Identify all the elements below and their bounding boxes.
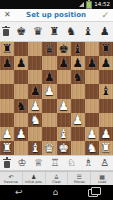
white-knight: ♞ [86, 141, 97, 155]
white-queen-tool[interactable]: ♕ [34, 158, 43, 168]
white-bishop-tool[interactable]: ♗ [84, 158, 93, 168]
tool-label: Moves [74, 180, 85, 184]
tool-label: Load [98, 180, 106, 184]
square-h4[interactable] [99, 99, 113, 113]
square-g2[interactable]: ♟ [85, 127, 99, 141]
square-h6[interactable] [99, 70, 113, 84]
moves-button[interactable]: ☰Moves [68, 172, 91, 185]
white-pawn: ♟ [101, 127, 112, 141]
square-h7[interactable]: ♟ [99, 56, 113, 70]
square-f1[interactable] [71, 141, 85, 155]
trash-icon[interactable] [3, 29, 9, 36]
back-button[interactable]: ↩ [15, 185, 23, 200]
square-d2[interactable] [42, 127, 56, 141]
white-queen: ♛ [44, 141, 55, 155]
square-e1[interactable]: ♚ [57, 141, 71, 155]
white-knight-tool[interactable]: ♘ [67, 158, 76, 168]
home-button[interactable]: ⌂ [52, 185, 58, 200]
black-pawn: ♟ [58, 56, 69, 70]
square-d6[interactable]: ♟ [42, 70, 56, 84]
square-a6[interactable] [0, 70, 14, 84]
status-bar: 14:52 [0, 0, 113, 9]
black-queen: ♛ [44, 42, 55, 56]
square-h8[interactable]: ♜ [99, 42, 113, 56]
signal-icon [79, 2, 84, 7]
square-c4[interactable]: ♟ [28, 99, 42, 113]
close-button[interactable]: ✕ [4, 9, 11, 21]
confirm-button[interactable]: ✓ [101, 9, 109, 21]
white-pawn: ♟ [86, 127, 97, 141]
white-pawn: ♟ [16, 127, 27, 141]
square-g3[interactable] [85, 113, 99, 127]
black-rook: ♜ [101, 42, 112, 56]
square-b4[interactable]: ♞ [14, 99, 28, 113]
square-c1[interactable]: ♝ [28, 141, 42, 155]
black-rook-tool[interactable]: ♜ [50, 26, 60, 37]
square-g1[interactable]: ♞ [85, 141, 99, 155]
square-g5[interactable] [85, 84, 99, 98]
white-king-tool[interactable]: ♔ [17, 158, 26, 168]
black-bishop: ♝ [72, 42, 83, 56]
white-rook-tool[interactable]: ♖ [51, 158, 60, 168]
tool-label: Clear [52, 180, 61, 184]
black-piece-palette: ♚♛♜♞♝♟ [0, 22, 113, 42]
square-b2[interactable]: ♟ [14, 127, 28, 141]
black-knight: ♞ [16, 99, 27, 113]
square-g7[interactable]: ♟ [85, 56, 99, 70]
square-b1[interactable] [14, 141, 28, 155]
chess-board: ♜♛♚♝♜♟♟♟♟♟♟♟♞♟♟♝♞♟♟♞♟♟♟♝♟♟♜♝♛♚♞♜ [0, 42, 113, 155]
white-pawn-tool[interactable]: ♙ [100, 158, 109, 168]
white-bishop: ♝ [58, 127, 69, 141]
white-rook: ♜ [2, 141, 13, 155]
phone-screen: 14:52 ✕ Set up position ✓ ♚♛♜♞♝♟ ♜♛♚♝♜♟♟… [0, 0, 113, 200]
white-bishop: ♝ [30, 141, 41, 155]
square-c8[interactable] [28, 42, 42, 56]
black-king-tool[interactable]: ♚ [16, 26, 26, 37]
square-e4[interactable]: ♟ [57, 99, 71, 113]
square-b7[interactable]: ♟ [14, 56, 28, 70]
square-b6[interactable] [14, 70, 28, 84]
square-e7[interactable]: ♟ [57, 56, 71, 70]
black-pawn: ♟ [72, 56, 83, 70]
white-knight: ♞ [30, 113, 41, 127]
trash-icon[interactable] [4, 161, 10, 168]
square-c6[interactable] [28, 70, 42, 84]
square-e3[interactable] [57, 113, 71, 127]
black-pawn: ♟ [86, 56, 97, 70]
reverse-button[interactable]: ↶Reverse [0, 172, 23, 185]
square-a5[interactable] [0, 84, 14, 98]
black-pawn: ♟ [101, 56, 112, 70]
black-pawn: ♟ [2, 56, 13, 70]
clock-text: 14:52 [94, 0, 110, 9]
square-c2[interactable] [28, 127, 42, 141]
square-e6[interactable] [57, 70, 71, 84]
square-d7[interactable] [42, 56, 56, 70]
black-queen-tool[interactable]: ♛ [33, 26, 43, 37]
tool-label: Reverse [4, 180, 18, 184]
square-h5[interactable]: ♝ [99, 84, 113, 98]
black-pawn: ♟ [30, 84, 41, 98]
white-piece-palette: ♔♕♖♘♗♙ [0, 155, 113, 171]
square-f2[interactable] [71, 127, 85, 141]
square-c5[interactable]: ♟ [28, 84, 42, 98]
square-c7[interactable] [28, 56, 42, 70]
black-bishop: ♝ [101, 84, 112, 98]
black-pawn: ♟ [44, 70, 55, 84]
title-bar: ✕ Set up position ✓ [0, 9, 113, 22]
square-f5[interactable] [71, 84, 85, 98]
square-a3[interactable] [0, 113, 14, 127]
square-d5[interactable]: ♟ [42, 84, 56, 98]
square-a2[interactable]: ♟ [0, 127, 14, 141]
load-button[interactable]: ▦Load [91, 172, 113, 185]
square-a7[interactable]: ♟ [0, 56, 14, 70]
square-b8[interactable] [14, 42, 28, 56]
square-b5[interactable] [14, 84, 28, 98]
battery-icon [86, 1, 92, 9]
square-h3[interactable] [99, 113, 113, 127]
square-f3[interactable]: ♟ [71, 113, 85, 127]
square-g4[interactable] [85, 99, 99, 113]
white-pawn: ♟ [72, 113, 83, 127]
square-g8[interactable] [85, 42, 99, 56]
white-king: ♚ [58, 141, 69, 155]
square-a4[interactable] [0, 99, 14, 113]
square-h2[interactable]: ♟ [99, 127, 113, 141]
white-pawn: ♟ [58, 99, 69, 113]
clear-board-button[interactable]: ♙Clear [46, 172, 69, 185]
square-e5[interactable] [57, 84, 71, 98]
action-toolbar: ↶Reverse♟Initial pos.♙Clear☰Moves▦Load [0, 171, 113, 185]
tool-label: Initial pos. [25, 180, 43, 184]
white-pawn: ♟ [44, 84, 55, 98]
square-f8[interactable]: ♝ [71, 42, 85, 56]
square-d3[interactable] [42, 113, 56, 127]
black-bishop-tool[interactable]: ♝ [83, 26, 93, 37]
square-a1[interactable]: ♜ [0, 141, 14, 155]
square-d1[interactable]: ♛ [42, 141, 56, 155]
square-b3[interactable] [14, 113, 28, 127]
initial-position-button[interactable]: ♟Initial pos. [23, 172, 46, 185]
square-f4[interactable] [71, 99, 85, 113]
black-knight: ♞ [72, 70, 83, 84]
black-rook: ♜ [2, 42, 13, 56]
square-a8[interactable]: ♜ [0, 42, 14, 56]
white-rook: ♜ [101, 141, 112, 155]
square-d8[interactable]: ♛ [42, 42, 56, 56]
recents-button[interactable] [88, 189, 98, 197]
square-h1[interactable]: ♜ [99, 141, 113, 155]
square-d4[interactable] [42, 99, 56, 113]
square-f7[interactable]: ♟ [71, 56, 85, 70]
square-f6[interactable]: ♞ [71, 70, 85, 84]
white-pawn: ♟ [2, 127, 13, 141]
square-g6[interactable] [85, 70, 99, 84]
black-pawn-tool[interactable]: ♟ [100, 26, 110, 37]
square-e2[interactable]: ♝ [57, 127, 71, 141]
android-nav-bar: ↩ ⌂ [0, 185, 113, 200]
square-e8[interactable]: ♚ [57, 42, 71, 56]
white-pawn: ♟ [30, 99, 41, 113]
black-king: ♚ [58, 42, 69, 56]
black-pawn: ♟ [16, 56, 27, 70]
page-title: Set up position [11, 11, 102, 19]
square-c3[interactable]: ♞ [28, 113, 42, 127]
black-knight-tool[interactable]: ♞ [66, 26, 76, 37]
